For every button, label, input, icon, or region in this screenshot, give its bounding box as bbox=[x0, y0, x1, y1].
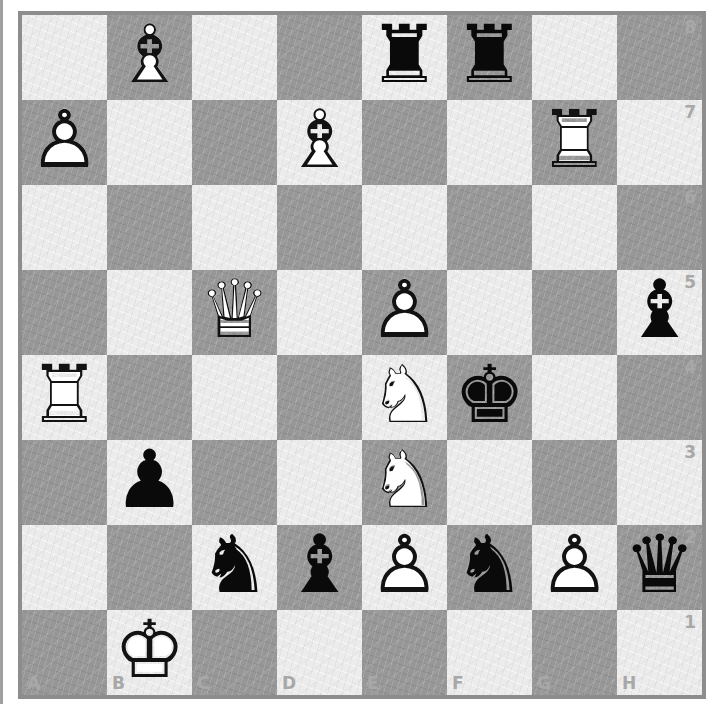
square-e4[interactable]: ♞♘ bbox=[362, 355, 447, 440]
square-g3[interactable] bbox=[532, 440, 617, 525]
square-a6[interactable] bbox=[22, 185, 107, 270]
white-knight[interactable]: ♞♘ bbox=[362, 355, 447, 440]
file-label-a: A bbox=[27, 673, 40, 693]
square-g5[interactable] bbox=[532, 270, 617, 355]
black-rook[interactable]: ♜ bbox=[447, 15, 532, 100]
rank-label-1: 1 bbox=[684, 612, 696, 632]
square-d8[interactable] bbox=[277, 15, 362, 100]
rank-label-8: 8 bbox=[684, 17, 696, 37]
rank-label-3: 3 bbox=[684, 442, 696, 462]
file-label-b: B bbox=[112, 673, 125, 693]
window-edge-line bbox=[0, 0, 3, 704]
black-rook-glyph: ♜ bbox=[362, 12, 447, 97]
square-e1[interactable]: E bbox=[362, 610, 447, 695]
white-pawn-outline: ♙ bbox=[532, 522, 617, 607]
rank-label-4: 4 bbox=[684, 357, 696, 377]
white-pawn[interactable]: ♟♙ bbox=[362, 270, 447, 355]
white-bishop-outline: ♗ bbox=[107, 12, 192, 97]
file-label-c: C bbox=[197, 673, 209, 693]
white-pawn[interactable]: ♟♙ bbox=[532, 525, 617, 610]
square-g2[interactable]: ♟♙ bbox=[532, 525, 617, 610]
white-bishop-outline: ♗ bbox=[277, 97, 362, 182]
square-f1[interactable]: F bbox=[447, 610, 532, 695]
white-rook[interactable]: ♜♖ bbox=[22, 355, 107, 440]
square-h1[interactable]: H1 bbox=[617, 610, 702, 695]
white-knight-outline: ♘ bbox=[362, 437, 447, 522]
black-knight-glyph: ♞ bbox=[192, 522, 277, 607]
white-queen[interactable]: ♛♕ bbox=[192, 270, 277, 355]
square-b1[interactable]: B♚♔ bbox=[107, 610, 192, 695]
square-f3[interactable] bbox=[447, 440, 532, 525]
black-king-glyph: ♚ bbox=[447, 352, 532, 437]
black-rook-glyph: ♜ bbox=[447, 12, 532, 97]
file-label-e: E bbox=[367, 673, 379, 693]
rank-label-7: 7 bbox=[684, 102, 696, 122]
square-g4[interactable] bbox=[532, 355, 617, 440]
file-label-d: D bbox=[282, 673, 296, 693]
black-knight[interactable]: ♞ bbox=[447, 525, 532, 610]
black-rook[interactable]: ♜ bbox=[362, 15, 447, 100]
black-knight[interactable]: ♞ bbox=[192, 525, 277, 610]
square-d2[interactable]: ♝ bbox=[277, 525, 362, 610]
black-pawn-glyph: ♟ bbox=[107, 437, 192, 522]
square-f7[interactable] bbox=[447, 100, 532, 185]
square-a1[interactable]: A bbox=[22, 610, 107, 695]
file-label-g: G bbox=[537, 673, 551, 693]
square-f8[interactable]: ♜ bbox=[447, 15, 532, 100]
square-c6[interactable] bbox=[192, 185, 277, 270]
square-e2[interactable]: ♟♙ bbox=[362, 525, 447, 610]
white-queen-outline: ♕ bbox=[192, 267, 277, 352]
black-bishop-glyph: ♝ bbox=[277, 522, 362, 607]
rank-label-6: 6 bbox=[684, 187, 696, 207]
file-label-f: F bbox=[452, 673, 464, 693]
square-g8[interactable] bbox=[532, 15, 617, 100]
square-b3[interactable]: ♟ bbox=[107, 440, 192, 525]
black-knight-glyph: ♞ bbox=[447, 522, 532, 607]
white-pawn-outline: ♙ bbox=[362, 267, 447, 352]
square-c4[interactable] bbox=[192, 355, 277, 440]
file-label-h: H bbox=[622, 673, 636, 693]
rank-label-5: 5 bbox=[684, 272, 696, 292]
square-b7[interactable] bbox=[107, 100, 192, 185]
white-rook-outline: ♖ bbox=[532, 97, 617, 182]
white-rook-outline: ♖ bbox=[22, 352, 107, 437]
square-h2[interactable]: 2♛ bbox=[617, 525, 702, 610]
square-g7[interactable]: ♜♖ bbox=[532, 100, 617, 185]
square-d5[interactable] bbox=[277, 270, 362, 355]
square-d1[interactable]: D bbox=[277, 610, 362, 695]
square-g6[interactable] bbox=[532, 185, 617, 270]
square-e3[interactable]: ♞♘ bbox=[362, 440, 447, 525]
square-a8[interactable] bbox=[22, 15, 107, 100]
square-g1[interactable]: G bbox=[532, 610, 617, 695]
square-c8[interactable] bbox=[192, 15, 277, 100]
square-c7[interactable] bbox=[192, 100, 277, 185]
square-f5[interactable] bbox=[447, 270, 532, 355]
square-a2[interactable] bbox=[22, 525, 107, 610]
white-knight[interactable]: ♞♘ bbox=[362, 440, 447, 525]
white-bishop[interactable]: ♝♗ bbox=[107, 15, 192, 100]
square-h5[interactable]: 5♝ bbox=[617, 270, 702, 355]
square-a5[interactable] bbox=[22, 270, 107, 355]
square-h6[interactable]: 6 bbox=[617, 185, 702, 270]
square-d3[interactable] bbox=[277, 440, 362, 525]
square-d7[interactable]: ♝♗ bbox=[277, 100, 362, 185]
square-h8[interactable]: 8 bbox=[617, 15, 702, 100]
black-bishop[interactable]: ♝ bbox=[277, 525, 362, 610]
square-c2[interactable]: ♞ bbox=[192, 525, 277, 610]
square-c3[interactable] bbox=[192, 440, 277, 525]
square-b2[interactable] bbox=[107, 525, 192, 610]
square-c1[interactable]: C bbox=[192, 610, 277, 695]
chess-app-page: ♝♗♜♜8♟♙♝♗♜♖76♛♕♟♙5♝♜♖♞♘♚4♟♞♘3♞♝♟♙♞♟♙2♛AB… bbox=[0, 0, 720, 704]
square-a4[interactable]: ♜♖ bbox=[22, 355, 107, 440]
square-e6[interactable] bbox=[362, 185, 447, 270]
square-e5[interactable]: ♟♙ bbox=[362, 270, 447, 355]
square-b4[interactable] bbox=[107, 355, 192, 440]
white-pawn[interactable]: ♟♙ bbox=[362, 525, 447, 610]
square-b8[interactable]: ♝♗ bbox=[107, 15, 192, 100]
white-pawn-outline: ♙ bbox=[22, 97, 107, 182]
black-king[interactable]: ♚ bbox=[447, 355, 532, 440]
square-f4[interactable]: ♚ bbox=[447, 355, 532, 440]
square-e7[interactable] bbox=[362, 100, 447, 185]
square-a7[interactable]: ♟♙ bbox=[22, 100, 107, 185]
square-h3[interactable]: 3 bbox=[617, 440, 702, 525]
square-e8[interactable]: ♜ bbox=[362, 15, 447, 100]
square-f2[interactable]: ♞ bbox=[447, 525, 532, 610]
white-pawn[interactable]: ♟♙ bbox=[22, 100, 107, 185]
square-b5[interactable] bbox=[107, 270, 192, 355]
white-pawn-outline: ♙ bbox=[362, 522, 447, 607]
square-b6[interactable] bbox=[107, 185, 192, 270]
square-a3[interactable] bbox=[22, 440, 107, 525]
chessboard: ♝♗♜♜8♟♙♝♗♜♖76♛♕♟♙5♝♜♖♞♘♚4♟♞♘3♞♝♟♙♞♟♙2♛AB… bbox=[18, 11, 706, 699]
white-rook[interactable]: ♜♖ bbox=[532, 100, 617, 185]
square-h7[interactable]: 7 bbox=[617, 100, 702, 185]
square-c5[interactable]: ♛♕ bbox=[192, 270, 277, 355]
black-pawn[interactable]: ♟ bbox=[107, 440, 192, 525]
white-knight-outline: ♘ bbox=[362, 352, 447, 437]
white-bishop[interactable]: ♝♗ bbox=[277, 100, 362, 185]
square-f6[interactable] bbox=[447, 185, 532, 270]
square-d4[interactable] bbox=[277, 355, 362, 440]
square-h4[interactable]: 4 bbox=[617, 355, 702, 440]
rank-label-2: 2 bbox=[684, 527, 696, 547]
square-d6[interactable] bbox=[277, 185, 362, 270]
